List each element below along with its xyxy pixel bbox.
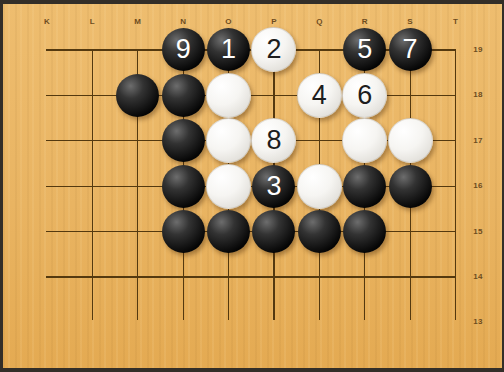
stone-white-p17: 8: [251, 118, 296, 163]
stone-white-o17: [206, 118, 251, 163]
stone-black-m18: [116, 74, 159, 117]
move-number: 3: [252, 165, 295, 208]
stone-black-n17: [162, 119, 205, 162]
move-number: 4: [298, 74, 341, 117]
move-number: 8: [252, 119, 295, 162]
move-number: 6: [343, 74, 386, 117]
stone-black-p16: 3: [252, 165, 295, 208]
column-label-o: O: [225, 17, 232, 27]
stone-white-o16: [206, 164, 251, 209]
stone-black-n15: [162, 210, 205, 253]
app-window: KLMNOPQRST 19181716151413 912574683: [0, 0, 504, 372]
stone-white-r17: [342, 118, 387, 163]
column-label-p: P: [271, 17, 277, 27]
column-label-k: K: [44, 17, 50, 27]
column-label-s: S: [407, 17, 413, 27]
move-number: 9: [162, 28, 205, 71]
stone-white-o18: [206, 73, 251, 118]
move-number: 5: [343, 28, 386, 71]
stone-black-o15: [207, 210, 250, 253]
stone-black-r19: 5: [343, 28, 386, 71]
stone-black-s19: 7: [389, 28, 432, 71]
stones-layer: 912574683: [24, 27, 478, 345]
column-label-q: Q: [316, 17, 323, 27]
stone-black-o19: 1: [207, 28, 250, 71]
stone-black-s16: [389, 165, 432, 208]
move-number: 1: [207, 28, 250, 71]
stone-black-p15: [252, 210, 295, 253]
board-layers: KLMNOPQRST 19181716151413 912574683: [0, 0, 504, 372]
stone-black-r15: [343, 210, 386, 253]
move-number: 2: [252, 28, 295, 71]
column-label-t: T: [453, 17, 458, 27]
column-label-n: N: [180, 17, 186, 27]
column-label-r: R: [362, 17, 368, 27]
column-label-m: M: [134, 17, 141, 27]
stone-white-q16: [297, 164, 342, 209]
stone-black-n16: [162, 165, 205, 208]
stone-black-n18: [162, 74, 205, 117]
stone-white-p19: 2: [251, 27, 296, 72]
move-number: 7: [389, 28, 432, 71]
stone-white-q18: 4: [297, 73, 342, 118]
stone-white-r18: 6: [342, 73, 387, 118]
stone-black-r16: [343, 165, 386, 208]
column-label-l: L: [90, 17, 95, 27]
stone-black-n19: 9: [162, 28, 205, 71]
stone-black-q15: [298, 210, 341, 253]
stone-white-s17: [388, 118, 433, 163]
